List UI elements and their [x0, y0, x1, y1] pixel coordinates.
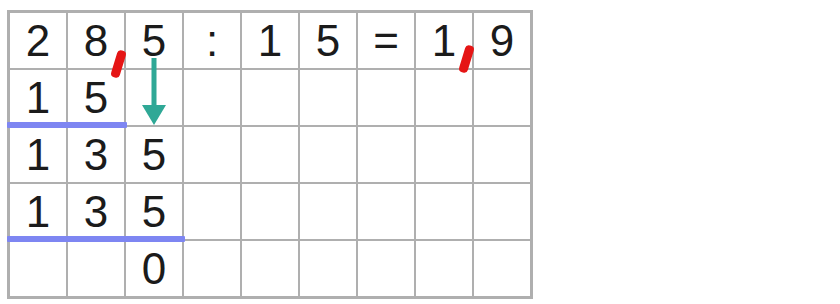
grid-cell-r2c5	[242, 70, 298, 125]
grid-cell-r1c9: 9	[474, 13, 530, 68]
grid-cell-r2c1: 1	[10, 70, 66, 125]
grid-cell-r4c7	[358, 184, 414, 239]
grid-cell-r1c1: 2	[10, 13, 66, 68]
grid-cell-r3c7	[358, 127, 414, 182]
grid-cell-r4c9	[474, 184, 530, 239]
grid-cell-r5c5	[242, 241, 298, 296]
grid-cell-r3c4	[184, 127, 240, 182]
bring-down-arrow-icon	[141, 58, 167, 126]
grid-cell-r3c2: 3	[68, 127, 124, 182]
grid-cell-r5c1	[10, 241, 66, 296]
grid-cell-r4c6	[300, 184, 356, 239]
grid-cell-r2c8	[416, 70, 472, 125]
grid-cell-r3c5	[242, 127, 298, 182]
grid-cell-r5c8	[416, 241, 472, 296]
subtraction-underline-1	[7, 122, 127, 128]
grid-cell-r1c7: =	[358, 13, 414, 68]
grid-cell-r3c3: 5	[126, 127, 182, 182]
grid-cell-r4c4	[184, 184, 240, 239]
grid-cell-r5c6	[300, 241, 356, 296]
grid-cell-r1c6: 5	[300, 13, 356, 68]
grid-cell-r2c2: 5	[68, 70, 124, 125]
division-worksheet: 285:15=19151351350	[0, 0, 840, 304]
grid-cell-r5c7	[358, 241, 414, 296]
grid-cell-r2c9	[474, 70, 530, 125]
grid-cell-r3c6	[300, 127, 356, 182]
grid-cell-r4c8	[416, 184, 472, 239]
grid-cell-r5c4	[184, 241, 240, 296]
grid-cell-r5c9	[474, 241, 530, 296]
grid-cell-r2c7	[358, 70, 414, 125]
grid-cell-r5c3: 0	[126, 241, 182, 296]
grid-cell-r2c4	[184, 70, 240, 125]
grid-cell-r1c4: :	[184, 13, 240, 68]
grid-cell-r1c5: 1	[242, 13, 298, 68]
grid-cell-r4c5	[242, 184, 298, 239]
grid-cell-r3c9	[474, 127, 530, 182]
subtraction-underline-2	[7, 236, 185, 242]
grid-cell-r5c2	[68, 241, 124, 296]
division-grid: 285:15=19151351350	[7, 10, 533, 299]
grid-cell-r3c1: 1	[10, 127, 66, 182]
grid-cell-r4c3: 5	[126, 184, 182, 239]
grid-cell-r4c2: 3	[68, 184, 124, 239]
grid-cell-r2c6	[300, 70, 356, 125]
grid-cell-r3c8	[416, 127, 472, 182]
grid-cell-r4c1: 1	[10, 184, 66, 239]
